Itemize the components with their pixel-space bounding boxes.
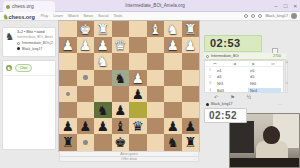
top-player-bar: Intermediate_BOt 2700 [204, 53, 286, 60]
game-info-card: ♞ 3+2 • Blitz • rated Intermediate_BOt_A… [2, 27, 56, 57]
chat-button[interactable]: Chat [15, 64, 32, 72]
square-d1[interactable] [129, 21, 147, 37]
more-icon[interactable]: ⋯ [278, 102, 282, 107]
webcam-monitor [230, 121, 254, 153]
square-f3[interactable]: ♞ [94, 53, 112, 69]
square-g1[interactable]: ♚ [77, 21, 95, 37]
header-username[interactable]: Black_king17 [265, 14, 288, 18]
black-rook-h8[interactable]: ♜ [59, 134, 77, 150]
move-number: 2 [205, 75, 215, 79]
move-san[interactable]: d5 [248, 74, 281, 79]
square-a1[interactable]: ♜ [182, 21, 200, 37]
black-bishop-e7[interactable]: ♝ [112, 118, 130, 134]
move-number: 4 [205, 88, 215, 92]
black-king-e8[interactable]: ♚ [112, 134, 130, 150]
move-san[interactable]: Bd3 [215, 88, 248, 93]
black-knight-f6[interactable]: ♞ [94, 102, 112, 118]
square-e7[interactable]: ♝ [112, 118, 130, 134]
white-rook-f1[interactable]: ♜ [94, 21, 112, 37]
square-h6[interactable] [59, 102, 77, 118]
white-pawn-a2[interactable]: ♟ [182, 37, 200, 53]
square-g3[interactable] [77, 53, 95, 69]
black-pawn-d5[interactable]: ♟ [129, 86, 147, 102]
white-player-name: Intermediate_BOt (2700) [22, 41, 53, 45]
square-g4[interactable] [77, 70, 95, 86]
chat-panel: ♞ Chat [2, 60, 56, 150]
tab-label: chess.org [12, 3, 34, 9]
browser-titlebar: chess.org Intermediate_BOt_Amela.org −□× [0, 0, 300, 12]
square-c7[interactable] [147, 118, 165, 134]
draw-half-icon[interactable]: ½ [247, 94, 251, 100]
nav-item-learn[interactable]: Learn [53, 14, 63, 18]
white-dot-icon [206, 55, 209, 58]
gear-icon[interactable] [258, 14, 262, 18]
square-h4[interactable] [59, 70, 77, 86]
square-d6[interactable] [129, 102, 147, 118]
legal-move-dot-h5[interactable] [66, 92, 71, 97]
offer-draw-button[interactable]: Offer draw⌄ [59, 157, 199, 163]
webcam-desk [230, 158, 300, 167]
game-actions: ↶⚑½ [204, 94, 284, 101]
nav-item-watch[interactable]: Watch [68, 14, 79, 18]
square-e6[interactable]: ♟ [112, 102, 130, 118]
black-pawn-g7[interactable]: ♟ [77, 118, 95, 134]
white-bishop-c1[interactable]: ♝ [147, 21, 165, 37]
close-button[interactable]: × [293, 3, 297, 9]
black-dot-icon [206, 103, 209, 106]
bottom-player-bar: Black_king17 ⋯ [204, 101, 286, 107]
square-e2[interactable]: ♛ [112, 37, 130, 53]
white-queen-e2[interactable]: ♛ [112, 37, 130, 53]
move-san[interactable]: Nf3 [215, 81, 248, 86]
move-list-scrollbar[interactable]: ▲▼ [285, 60, 288, 93]
square-e3[interactable] [112, 53, 130, 69]
site-header: ♞chess.org PlayLearnWatchNewsSocialTools… [0, 12, 300, 21]
square-g6[interactable] [77, 102, 95, 118]
black-dot-icon [17, 47, 20, 50]
square-d4[interactable]: ♟ [129, 70, 147, 86]
square-h5[interactable] [59, 86, 77, 102]
legal-move-dot-g8[interactable] [83, 140, 88, 145]
move-san[interactable]: Nf6 [248, 81, 281, 86]
move-san[interactable]: d4 [215, 74, 248, 79]
maximize-button[interactable]: □ [284, 3, 288, 9]
square-a6[interactable] [182, 102, 200, 118]
square-f8[interactable] [94, 134, 112, 150]
move-row-4: 4Bd3Ne4 [205, 87, 283, 94]
minimize-button[interactable]: − [274, 3, 278, 9]
chat-header: ♞ Chat [3, 61, 55, 76]
square-c8[interactable] [147, 134, 165, 150]
square-g7[interactable]: ♟ [77, 118, 95, 134]
game-knight-icon: ♞ [5, 31, 14, 42]
square-a4[interactable] [182, 70, 200, 86]
legal-move-dot-g4[interactable] [83, 75, 88, 80]
square-a2[interactable]: ♟ [182, 37, 200, 53]
black-rook-a8[interactable]: ♜ [182, 134, 200, 150]
square-h1[interactable] [59, 21, 77, 37]
square-b1[interactable]: ♞ [164, 21, 182, 37]
square-a3[interactable] [182, 53, 200, 69]
square-f4[interactable] [94, 70, 112, 86]
black-pawn-f7[interactable]: ♟ [94, 118, 112, 134]
square-c3[interactable] [147, 53, 165, 69]
next-move-button[interactable]: ▶ [252, 62, 255, 66]
square-d3[interactable] [129, 53, 147, 69]
move-row-3: 3Nf3Nf6 [205, 80, 283, 87]
square-c1[interactable]: ♝ [147, 21, 165, 37]
square-f6[interactable]: ♞ [94, 102, 112, 118]
move-number: 1 [205, 68, 215, 72]
move-san[interactable]: Ne4 [248, 88, 281, 93]
move-number: 3 [205, 81, 215, 85]
takeback-icon[interactable]: ↶ [214, 94, 218, 100]
main-nav: PlayLearnWatchNewsSocialTools [41, 14, 122, 18]
chat-logo-icon: ♞ [6, 65, 12, 71]
black-pawn-b7[interactable]: ♟ [164, 118, 182, 134]
square-g2[interactable]: ♟ [77, 37, 95, 53]
square-b5[interactable] [164, 86, 182, 102]
chess-board[interactable]: ♚♜♝♞♜♟♟♟♛♟♟♞♞♟♟♞♟♟♟♟♝♛♟♟♜♚♞♜ [59, 21, 199, 151]
square-c4[interactable] [147, 70, 165, 86]
square-h2[interactable]: ♟ [59, 37, 77, 53]
square-f7[interactable]: ♟ [94, 118, 112, 134]
first-move-button[interactable]: ⏮ [213, 62, 216, 66]
square-b7[interactable]: ♟ [164, 118, 182, 134]
white-pawn-d4[interactable]: ♟ [129, 70, 147, 86]
move-san[interactable]: e4 [215, 68, 248, 73]
square-c5[interactable] [147, 86, 165, 102]
webcam-person-head [263, 126, 280, 144]
square-e8[interactable]: ♚ [112, 134, 130, 150]
white-pawn-g2[interactable]: ♟ [77, 37, 95, 53]
site-logo[interactable]: ♞chess.org [3, 13, 35, 20]
window-title: Intermediate_BOt_Amela.org [90, 0, 220, 12]
white-clock: 02:53 [204, 35, 262, 52]
top-player-rating: 2700 [273, 54, 281, 58]
chevron-down-icon: ⌄ [193, 157, 196, 162]
browser-tab[interactable]: chess.org [3, 1, 55, 12]
white-knight-f3[interactable]: ♞ [94, 53, 112, 69]
last-move-button[interactable]: ⏭ [272, 62, 275, 66]
square-f5[interactable] [94, 86, 112, 102]
nav-item-play[interactable]: Play [41, 14, 48, 18]
square-f1[interactable]: ♜ [94, 21, 112, 37]
square-b3[interactable] [164, 53, 182, 69]
white-dot-icon [17, 42, 20, 45]
nav-item-social[interactable]: Social [98, 14, 108, 18]
move-list: ⏮◀▶⏭ 1e4e62d4d53Nf3Nf64Bd3Ne4 [204, 60, 284, 93]
black-player-name: Black_king17 [22, 47, 42, 51]
square-h8[interactable]: ♜ [59, 134, 77, 150]
event-name: Intermediate_BOt_Amela [17, 35, 53, 40]
square-e1[interactable] [112, 21, 130, 37]
square-h7[interactable]: ♟ [59, 118, 77, 134]
white-rook-a1[interactable]: ♜ [182, 21, 200, 37]
square-d7[interactable]: ♛ [129, 118, 147, 134]
favicon-icon [6, 5, 10, 9]
square-a5[interactable] [182, 86, 200, 102]
bell-icon[interactable] [251, 14, 255, 18]
square-d2[interactable] [129, 37, 147, 53]
move-row-1: 1e4e6 [205, 67, 283, 74]
square-c2[interactable] [147, 37, 165, 53]
black-pawn-e6[interactable]: ♟ [112, 102, 130, 118]
white-knight-b1[interactable]: ♞ [164, 21, 182, 37]
square-g8[interactable] [77, 134, 95, 150]
nav-item-news[interactable]: News [84, 14, 94, 18]
square-b6[interactable] [164, 102, 182, 118]
square-f2[interactable]: ♟ [94, 37, 112, 53]
black-pawn-a7[interactable]: ♟ [182, 118, 200, 134]
black-player-row: Black_king17 [17, 47, 53, 51]
square-a7[interactable]: ♟ [182, 118, 200, 134]
white-pawn-h2[interactable]: ♟ [59, 37, 77, 53]
resign-flag-icon[interactable]: ⚑ [230, 94, 234, 100]
black-queen-d7[interactable]: ♛ [129, 118, 147, 134]
square-e4[interactable]: ♞ [112, 70, 130, 86]
nav-item-tools[interactable]: Tools [113, 14, 122, 18]
square-a8[interactable]: ♜ [182, 134, 200, 150]
square-e5[interactable] [112, 86, 130, 102]
square-g5[interactable] [77, 86, 95, 102]
avatar[interactable] [291, 13, 297, 19]
move-san[interactable]: e6 [248, 68, 281, 73]
top-player-name: Intermediate_BOt [211, 54, 239, 58]
square-d8[interactable] [129, 134, 147, 150]
square-b8[interactable]: ♞ [164, 134, 182, 150]
white-player-row: Intermediate_BOt (2700) [17, 41, 53, 45]
prev-move-button[interactable]: ◀ [233, 62, 236, 66]
board-controls: Abort game⌄Offer draw⌄ [59, 151, 199, 162]
black-knight-e4[interactable]: ♞ [112, 70, 130, 86]
search-icon[interactable] [244, 14, 248, 18]
square-d5[interactable]: ♟ [129, 86, 147, 102]
move-row-2: 2d4d5 [205, 74, 283, 81]
black-pawn-h7[interactable]: ♟ [59, 118, 77, 134]
square-b2[interactable]: ♟ [164, 37, 182, 53]
bottom-player-name: Black_king17 [211, 102, 232, 106]
square-h3[interactable] [59, 53, 77, 69]
black-knight-b8[interactable]: ♞ [164, 134, 182, 150]
square-c6[interactable] [147, 102, 165, 118]
window-controls: −□× [274, 0, 297, 12]
white-pawn-b2[interactable]: ♟ [164, 37, 182, 53]
square-b4[interactable] [164, 70, 182, 86]
black-clock: 02:52 [204, 108, 247, 123]
white-pawn-f2[interactable]: ♟ [94, 37, 112, 53]
white-king-g1[interactable]: ♚ [77, 21, 95, 37]
